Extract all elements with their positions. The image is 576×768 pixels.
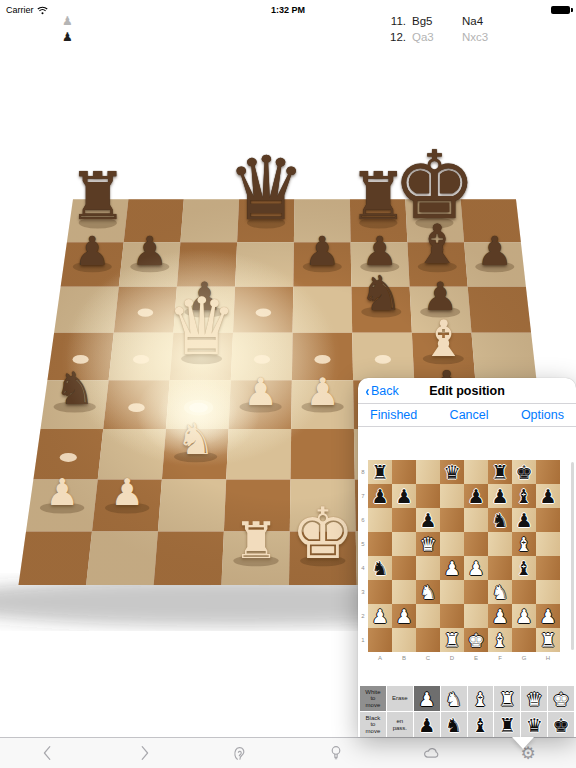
black-king: ♚ bbox=[512, 460, 536, 484]
palette-label-line: move bbox=[366, 702, 381, 709]
edit-square-b1[interactable] bbox=[392, 628, 416, 652]
edit-square-e4[interactable]: ♟ bbox=[464, 556, 488, 580]
white-rook: ♜ bbox=[440, 628, 464, 652]
pawn-icon-light: ♟ bbox=[62, 13, 73, 29]
edit-square-d8[interactable]: ♛ bbox=[440, 460, 464, 484]
forward-move-button[interactable] bbox=[96, 738, 192, 768]
cloud-icon bbox=[422, 744, 442, 762]
white-bishop: ♝ bbox=[512, 532, 536, 556]
finished-button[interactable]: Finished bbox=[370, 408, 417, 422]
edit-square-g2[interactable]: ♟ bbox=[512, 604, 536, 628]
file-labels: ABCDEFGH bbox=[368, 653, 560, 663]
en-passant-button[interactable]: enpass. bbox=[387, 712, 413, 737]
black-knight-palette[interactable]: ♞ bbox=[441, 712, 467, 737]
popover-actions: Finished Cancel Options bbox=[358, 404, 576, 427]
black-piece-glyph: ♝ bbox=[472, 714, 489, 736]
palette-label-line: Erase bbox=[392, 695, 408, 702]
file-label: C bbox=[416, 653, 440, 663]
black-knight: ♞ bbox=[368, 556, 392, 580]
black-pawn: ♟ bbox=[464, 484, 488, 508]
black-king-palette[interactable]: ♚ bbox=[548, 712, 574, 737]
edit-square-e2[interactable] bbox=[464, 604, 488, 628]
edit-square-c4[interactable] bbox=[416, 556, 440, 580]
back-move-button[interactable] bbox=[0, 738, 96, 768]
edit-square-f3[interactable]: ♞ bbox=[488, 580, 512, 604]
rank-label: 8 bbox=[358, 460, 368, 484]
edit-square-d2[interactable] bbox=[440, 604, 464, 628]
listen-button[interactable] bbox=[192, 738, 288, 768]
white-king-palette[interactable]: ♚ bbox=[548, 686, 574, 711]
edit-position-popover: ‹ Back Edit position Finished Cancel Opt… bbox=[358, 378, 576, 737]
edit-square-h6[interactable] bbox=[536, 508, 560, 532]
chevron-left-icon bbox=[39, 744, 57, 762]
black-queen-palette[interactable]: ♛ bbox=[521, 712, 547, 737]
black-rook-palette[interactable]: ♜ bbox=[494, 712, 520, 737]
edit-square-a4[interactable]: ♞ bbox=[368, 556, 392, 580]
edit-square-d7[interactable] bbox=[440, 484, 464, 508]
white-pawn: ♟ bbox=[512, 604, 536, 628]
white-pawn: ♟ bbox=[488, 604, 512, 628]
edit-square-h5[interactable] bbox=[536, 532, 560, 556]
file-label: D bbox=[440, 653, 464, 663]
edit-square-b2[interactable]: ♟ bbox=[392, 604, 416, 628]
white-move[interactable]: Qa3 bbox=[412, 29, 458, 45]
edit-square-b8[interactable] bbox=[392, 460, 416, 484]
edit-square-a2[interactable]: ♟ bbox=[368, 604, 392, 628]
popover-header: ‹ Back Edit position bbox=[358, 378, 576, 404]
edit-square-f8[interactable]: ♜ bbox=[488, 460, 512, 484]
white-knight: ♞ bbox=[416, 580, 440, 604]
options-button[interactable]: Options bbox=[521, 408, 564, 422]
black-move[interactable]: Na4 bbox=[462, 13, 522, 29]
edit-square-a1[interactable] bbox=[368, 628, 392, 652]
edit-square-g5[interactable]: ♝ bbox=[512, 532, 536, 556]
file-label: F bbox=[488, 653, 512, 663]
bottom-toolbar: ⚙ bbox=[0, 737, 576, 768]
edit-square-g1[interactable] bbox=[512, 628, 536, 652]
edit-square-b6[interactable] bbox=[392, 508, 416, 532]
edit-square-d4[interactable]: ♟ bbox=[440, 556, 464, 580]
edit-square-c6[interactable]: ♟ bbox=[416, 508, 440, 532]
white-piece-glyph: ♟ bbox=[418, 688, 435, 710]
edit-square-e1[interactable]: ♚ bbox=[464, 628, 488, 652]
scroll-indicator bbox=[571, 462, 574, 650]
edit-square-f4[interactable] bbox=[488, 556, 512, 580]
white-pawn-palette[interactable]: ♟ bbox=[414, 686, 440, 711]
black-rook: ♜ bbox=[368, 460, 392, 484]
hint-button[interactable] bbox=[288, 738, 384, 768]
file-label: A bbox=[368, 653, 392, 663]
file-label: B bbox=[392, 653, 416, 663]
palette-label-line: pass. bbox=[393, 725, 407, 732]
white-bishop-palette[interactable]: ♝ bbox=[468, 686, 494, 711]
edit-square-d5[interactable] bbox=[440, 532, 464, 556]
edit-square-c5[interactable]: ♛ bbox=[416, 532, 440, 556]
palette-row: WhitetomoveErase♟♞♝♜♛♚ bbox=[360, 686, 574, 711]
black-pawn: ♟ bbox=[416, 508, 440, 532]
black-bishop: ♝ bbox=[512, 556, 536, 580]
move-row: ♟ 11. Bg5 Na4 bbox=[0, 13, 576, 29]
rank-label: 2 bbox=[358, 604, 368, 628]
rank-label: 6 bbox=[358, 508, 368, 532]
edit-square-d1[interactable]: ♜ bbox=[440, 628, 464, 652]
black-move[interactable]: Nxc3 bbox=[462, 29, 522, 45]
white-queen: ♛ bbox=[416, 532, 440, 556]
white-piece-glyph: ♞ bbox=[445, 688, 462, 710]
white-bishop: ♝ bbox=[488, 628, 512, 652]
white-pawn: ♟ bbox=[368, 604, 392, 628]
white-move[interactable]: Bg5 bbox=[412, 13, 458, 29]
black-bishop: ♝ bbox=[512, 484, 536, 508]
rank-label: 4 bbox=[358, 556, 368, 580]
edit-square-c7[interactable] bbox=[416, 484, 440, 508]
back-label: Back bbox=[371, 384, 399, 398]
white-piece-glyph: ♛ bbox=[526, 688, 543, 710]
edit-square-f2[interactable]: ♟ bbox=[488, 604, 512, 628]
edit-square-h2[interactable]: ♟ bbox=[536, 604, 560, 628]
edit-square-e6[interactable] bbox=[464, 508, 488, 532]
chevron-left-icon: ‹ bbox=[366, 385, 370, 397]
rank-labels: 87654321 bbox=[358, 460, 368, 652]
black-bishop-palette[interactable]: ♝ bbox=[468, 712, 494, 737]
file-label: G bbox=[512, 653, 536, 663]
rank-label: 3 bbox=[358, 580, 368, 604]
chevron-right-icon bbox=[135, 744, 153, 762]
black-piece-glyph: ♛ bbox=[526, 714, 543, 736]
edit-square-c8[interactable] bbox=[416, 460, 440, 484]
edit-square-h7[interactable]: ♟ bbox=[536, 484, 560, 508]
edit-square-a7[interactable]: ♟ bbox=[368, 484, 392, 508]
black-piece-glyph: ♟ bbox=[418, 714, 435, 736]
pawn-icon-dark: ♟ bbox=[62, 29, 73, 45]
black-rook: ♜ bbox=[488, 460, 512, 484]
edit-square-g3[interactable] bbox=[512, 580, 536, 604]
popover-tail bbox=[512, 737, 534, 749]
white-pawn: ♟ bbox=[440, 556, 464, 580]
rank-label: 5 bbox=[358, 532, 368, 556]
black-knight: ♞ bbox=[488, 508, 512, 532]
white-pawn: ♟ bbox=[536, 604, 560, 628]
palette-label-line: move bbox=[366, 728, 381, 735]
edit-square-d3[interactable] bbox=[440, 580, 464, 604]
cloud-button[interactable] bbox=[384, 738, 480, 768]
edit-square-a6[interactable] bbox=[368, 508, 392, 532]
black-piece-glyph: ♚ bbox=[553, 714, 570, 736]
piece-palette: WhitetomoveErase♟♞♝♜♛♚Blacktomoveenpass.… bbox=[358, 686, 576, 737]
edit-square-b7[interactable]: ♟ bbox=[392, 484, 416, 508]
edit-square-f6[interactable]: ♞ bbox=[488, 508, 512, 532]
edit-square-b5[interactable] bbox=[392, 532, 416, 556]
move-number: 11. bbox=[366, 13, 406, 29]
rank-label: 7 bbox=[358, 484, 368, 508]
ear-icon bbox=[231, 744, 249, 762]
white-piece-glyph: ♜ bbox=[499, 688, 516, 710]
white-rook-palette[interactable]: ♜ bbox=[494, 686, 520, 711]
black-pawn: ♟ bbox=[392, 484, 416, 508]
edit-square-c2[interactable] bbox=[416, 604, 440, 628]
edit-square-h8[interactable] bbox=[536, 460, 560, 484]
edit-square-g4[interactable]: ♝ bbox=[512, 556, 536, 580]
black-pawn: ♟ bbox=[368, 484, 392, 508]
white-to-move-button[interactable]: Whitetomove bbox=[360, 686, 386, 711]
black-pawn: ♟ bbox=[512, 508, 536, 532]
white-king: ♚ bbox=[464, 628, 488, 652]
edit-square-a5[interactable] bbox=[368, 532, 392, 556]
back-button[interactable]: ‹ Back bbox=[365, 384, 399, 398]
edit-square-c1[interactable] bbox=[416, 628, 440, 652]
black-piece-glyph: ♞ bbox=[445, 714, 462, 736]
white-piece-glyph: ♚ bbox=[553, 688, 570, 710]
edit-square-b4[interactable] bbox=[392, 556, 416, 580]
white-knight-palette[interactable]: ♞ bbox=[441, 686, 467, 711]
edit-square-h3[interactable] bbox=[536, 580, 560, 604]
black-pawn: ♟ bbox=[536, 484, 560, 508]
edit-board[interactable]: ♜♛♜♚♟♟♟♟♝♟♟♞♟♛♝♞♟♟♝♞♞♟♟♟♟♟♜♚♝♜ bbox=[368, 460, 560, 652]
file-label: E bbox=[464, 653, 488, 663]
black-queen: ♛ bbox=[440, 460, 464, 484]
edit-square-h4[interactable] bbox=[536, 556, 560, 580]
white-pawn: ♟ bbox=[392, 604, 416, 628]
lightbulb-icon bbox=[327, 744, 345, 762]
edit-square-g6[interactable]: ♟ bbox=[512, 508, 536, 532]
cancel-button[interactable]: Cancel bbox=[450, 408, 489, 422]
palette-row: Blacktomoveenpass.♟♞♝♜♛♚ bbox=[360, 712, 574, 737]
file-label: H bbox=[536, 653, 560, 663]
black-pawn-palette[interactable]: ♟ bbox=[414, 712, 440, 737]
move-list: ♟ 11. Bg5 Na4 ♟ 12. Qa3 Nxc3 bbox=[0, 13, 576, 49]
white-queen-palette[interactable]: ♛ bbox=[521, 686, 547, 711]
edit-square-a8[interactable]: ♜ bbox=[368, 460, 392, 484]
edit-square-g8[interactable]: ♚ bbox=[512, 460, 536, 484]
edit-square-d6[interactable] bbox=[440, 508, 464, 532]
edit-square-a3[interactable] bbox=[368, 580, 392, 604]
white-piece-glyph: ♝ bbox=[472, 688, 489, 710]
erase-button[interactable]: Erase bbox=[387, 686, 413, 711]
black-to-move-button[interactable]: Blacktomove bbox=[360, 712, 386, 737]
edit-square-e5[interactable] bbox=[464, 532, 488, 556]
edit-square-b3[interactable] bbox=[392, 580, 416, 604]
edit-square-h1[interactable]: ♜ bbox=[536, 628, 560, 652]
edit-square-g7[interactable]: ♝ bbox=[512, 484, 536, 508]
edit-square-e8[interactable] bbox=[464, 460, 488, 484]
edit-square-e7[interactable]: ♟ bbox=[464, 484, 488, 508]
rank-label: 1 bbox=[358, 628, 368, 652]
white-pawn: ♟ bbox=[464, 556, 488, 580]
edit-square-f1[interactable]: ♝ bbox=[488, 628, 512, 652]
black-piece-glyph: ♜ bbox=[499, 714, 516, 736]
move-row: ♟ 12. Qa3 Nxc3 bbox=[0, 29, 576, 45]
edit-square-f7[interactable]: ♟ bbox=[488, 484, 512, 508]
white-knight: ♞ bbox=[488, 580, 512, 604]
edit-square-f5[interactable] bbox=[488, 532, 512, 556]
move-number: 12. bbox=[366, 29, 406, 45]
white-rook: ♜ bbox=[536, 628, 560, 652]
edit-square-e3[interactable] bbox=[464, 580, 488, 604]
edit-square-c3[interactable]: ♞ bbox=[416, 580, 440, 604]
black-pawn: ♟ bbox=[488, 484, 512, 508]
